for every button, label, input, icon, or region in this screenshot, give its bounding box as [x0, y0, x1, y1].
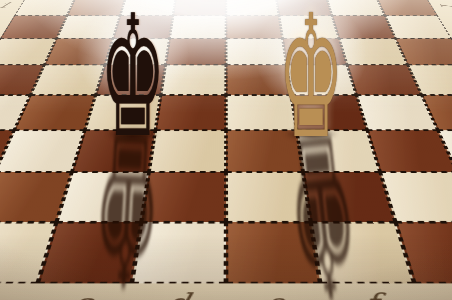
white-king-glyph: ♚ — [274, 0, 348, 163]
black-king-glyph: ♚ — [96, 0, 170, 161]
photo-stage: abcdefgh1122334455667788abcdefgh ♚ ♚ ♚ ♚ — [0, 0, 452, 300]
square-b6 — [0, 130, 85, 172]
square-g6 — [367, 130, 452, 172]
file-label-near-b: b — [0, 283, 38, 300]
file-label-near-g: g — [414, 283, 452, 300]
